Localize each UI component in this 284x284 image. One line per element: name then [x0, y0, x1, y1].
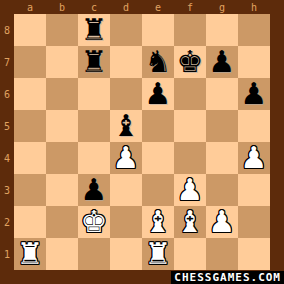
file-label-f: f: [174, 0, 206, 14]
piece-white-pawn: ♟: [113, 142, 140, 174]
square-c5[interactable]: [78, 110, 110, 142]
square-e8[interactable]: [142, 14, 174, 46]
square-e5[interactable]: [142, 110, 174, 142]
piece-white-king: ♚: [81, 206, 108, 238]
square-g6[interactable]: [206, 78, 238, 110]
square-h4[interactable]: ♟: [238, 142, 270, 174]
square-g7[interactable]: ♟: [206, 46, 238, 78]
chessgames-watermark: CHESSGAMES.COM: [171, 271, 284, 284]
square-b5[interactable]: [46, 110, 78, 142]
file-label-b: b: [46, 0, 78, 14]
square-e7[interactable]: ♞: [142, 46, 174, 78]
square-b6[interactable]: [46, 78, 78, 110]
square-b1[interactable]: [46, 238, 78, 270]
rank-label-2: 2: [0, 206, 14, 238]
square-e1[interactable]: ♜: [142, 238, 174, 270]
piece-black-knight: ♞: [145, 46, 172, 78]
square-f2[interactable]: ♝: [174, 206, 206, 238]
square-g4[interactable]: [206, 142, 238, 174]
square-g5[interactable]: [206, 110, 238, 142]
square-e3[interactable]: [142, 174, 174, 206]
piece-black-rook: ♜: [81, 14, 108, 46]
piece-black-bishop: ♝: [113, 110, 140, 142]
square-a1[interactable]: ♜: [14, 238, 46, 270]
file-label-d: d: [110, 0, 142, 14]
file-labels: abcdefgh: [14, 0, 270, 14]
square-h1[interactable]: [238, 238, 270, 270]
square-d2[interactable]: [110, 206, 142, 238]
square-b8[interactable]: [46, 14, 78, 46]
rank-labels: 87654321: [0, 14, 14, 270]
square-g2[interactable]: ♟: [206, 206, 238, 238]
square-a8[interactable]: [14, 14, 46, 46]
rank-label-3: 3: [0, 174, 14, 206]
piece-white-pawn: ♟: [177, 174, 204, 206]
square-f7[interactable]: ♚: [174, 46, 206, 78]
piece-black-pawn: ♟: [145, 78, 172, 110]
square-a6[interactable]: [14, 78, 46, 110]
square-c4[interactable]: [78, 142, 110, 174]
square-e2[interactable]: ♝: [142, 206, 174, 238]
file-label-e: e: [142, 0, 174, 14]
piece-black-king: ♚: [177, 46, 204, 78]
square-b7[interactable]: [46, 46, 78, 78]
square-f6[interactable]: [174, 78, 206, 110]
piece-white-bishop: ♝: [145, 206, 172, 238]
square-a7[interactable]: [14, 46, 46, 78]
square-c1[interactable]: [78, 238, 110, 270]
square-d1[interactable]: [110, 238, 142, 270]
square-f4[interactable]: [174, 142, 206, 174]
square-h8[interactable]: [238, 14, 270, 46]
square-d7[interactable]: [110, 46, 142, 78]
square-b3[interactable]: [46, 174, 78, 206]
rank-label-8: 8: [0, 14, 14, 46]
square-f1[interactable]: [174, 238, 206, 270]
rank-label-1: 1: [0, 238, 14, 270]
rank-label-4: 4: [0, 142, 14, 174]
square-g3[interactable]: [206, 174, 238, 206]
square-h2[interactable]: [238, 206, 270, 238]
square-d4[interactable]: ♟: [110, 142, 142, 174]
square-g1[interactable]: [206, 238, 238, 270]
square-c7[interactable]: ♜: [78, 46, 110, 78]
piece-black-rook: ♜: [81, 46, 108, 78]
square-a2[interactable]: [14, 206, 46, 238]
rank-label-7: 7: [0, 46, 14, 78]
piece-black-pawn: ♟: [81, 174, 108, 206]
square-d5[interactable]: ♝: [110, 110, 142, 142]
chess-board-frame: abcdefgh 87654321 ♜♜♞♚♟♟♟♝♟♟♟♟♚♝♝♟♜♜ CHE…: [0, 0, 284, 284]
piece-white-pawn: ♟: [209, 206, 236, 238]
square-e4[interactable]: [142, 142, 174, 174]
square-g8[interactable]: [206, 14, 238, 46]
square-h5[interactable]: [238, 110, 270, 142]
square-a5[interactable]: [14, 110, 46, 142]
square-h6[interactable]: ♟: [238, 78, 270, 110]
square-d3[interactable]: [110, 174, 142, 206]
square-c2[interactable]: ♚: [78, 206, 110, 238]
file-label-h: h: [238, 0, 270, 14]
square-f5[interactable]: [174, 110, 206, 142]
square-b2[interactable]: [46, 206, 78, 238]
piece-white-bishop: ♝: [177, 206, 204, 238]
square-e6[interactable]: ♟: [142, 78, 174, 110]
square-f3[interactable]: ♟: [174, 174, 206, 206]
square-b4[interactable]: [46, 142, 78, 174]
square-c8[interactable]: ♜: [78, 14, 110, 46]
piece-black-pawn: ♟: [241, 78, 268, 110]
piece-white-rook: ♜: [145, 238, 172, 270]
piece-white-rook: ♜: [17, 238, 44, 270]
square-c6[interactable]: [78, 78, 110, 110]
square-d6[interactable]: [110, 78, 142, 110]
square-a3[interactable]: [14, 174, 46, 206]
rank-label-6: 6: [0, 78, 14, 110]
square-a4[interactable]: [14, 142, 46, 174]
square-h7[interactable]: [238, 46, 270, 78]
square-c3[interactable]: ♟: [78, 174, 110, 206]
file-label-g: g: [206, 0, 238, 14]
square-f8[interactable]: [174, 14, 206, 46]
file-label-a: a: [14, 0, 46, 14]
piece-black-pawn: ♟: [209, 46, 236, 78]
piece-white-pawn: ♟: [241, 142, 268, 174]
rank-label-5: 5: [0, 110, 14, 142]
square-d8[interactable]: [110, 14, 142, 46]
chess-board: ♜♜♞♚♟♟♟♝♟♟♟♟♚♝♝♟♜♜: [14, 14, 270, 270]
square-h3[interactable]: [238, 174, 270, 206]
